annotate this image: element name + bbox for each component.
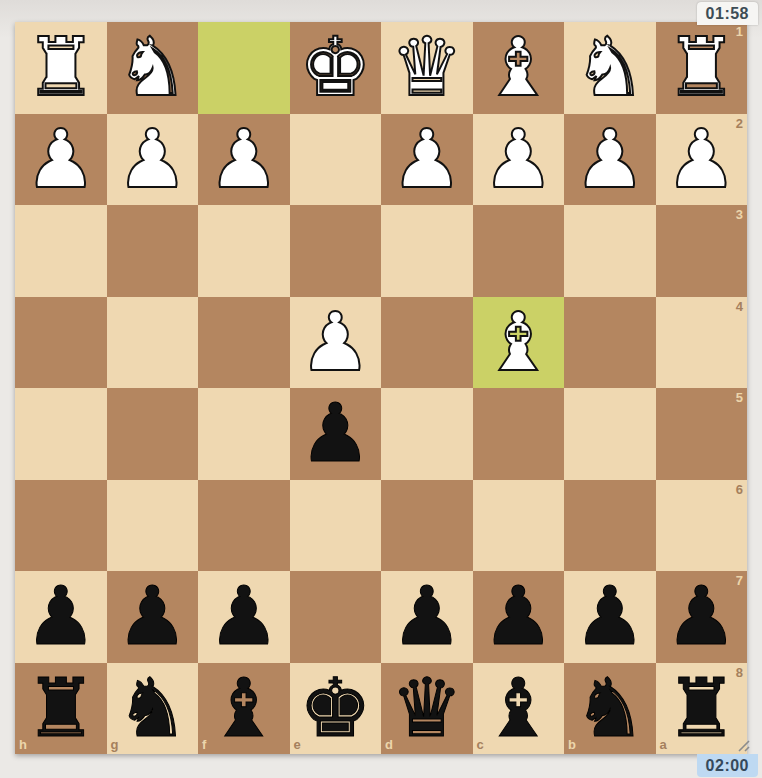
square-b1[interactable]: ♞ — [564, 22, 656, 114]
clock-black: 02:00 — [697, 754, 758, 777]
square-f2[interactable]: ♟ — [198, 114, 290, 206]
rank-label-4: 4 — [736, 300, 743, 313]
white-bishop-c1[interactable]: ♝ — [482, 22, 555, 114]
square-f5[interactable] — [198, 388, 290, 480]
black-pawn-b7[interactable]: ♟ — [573, 571, 646, 663]
square-c2[interactable]: ♟ — [473, 114, 565, 206]
chess-board: ♜♞♚♛♝♞♜1♟♟♟♟♟♟♟23♟♝4♟56♟♟♟♟♟♟♟7♜h♞g♝f♚e♛… — [15, 22, 747, 754]
square-h6[interactable] — [15, 480, 107, 572]
white-rook-h1[interactable]: ♜ — [24, 22, 97, 114]
black-rook-a8[interactable]: ♜ — [665, 663, 738, 755]
white-pawn-d2[interactable]: ♟ — [390, 114, 463, 206]
black-bishop-f8[interactable]: ♝ — [207, 663, 280, 755]
square-c6[interactable] — [473, 480, 565, 572]
square-b3[interactable] — [564, 205, 656, 297]
square-a7[interactable]: ♟7 — [656, 571, 748, 663]
square-f6[interactable] — [198, 480, 290, 572]
square-a5[interactable]: 5 — [656, 388, 748, 480]
white-pawn-f2[interactable]: ♟ — [207, 114, 280, 206]
square-f4[interactable] — [198, 297, 290, 389]
square-d4[interactable] — [381, 297, 473, 389]
black-king-e8[interactable]: ♚ — [299, 663, 372, 755]
square-h3[interactable] — [15, 205, 107, 297]
white-queen-d1[interactable]: ♛ — [390, 22, 463, 114]
square-g5[interactable] — [107, 388, 199, 480]
square-b8[interactable]: ♞b — [564, 663, 656, 755]
black-queen-d8[interactable]: ♛ — [390, 663, 463, 755]
square-g6[interactable] — [107, 480, 199, 572]
white-pawn-e4[interactable]: ♟ — [299, 297, 372, 389]
square-c1[interactable]: ♝ — [473, 22, 565, 114]
resize-handle-icon — [736, 738, 750, 752]
game-page: 01:58 ♜♞♚♛♝♞♜1♟♟♟♟♟♟♟23♟♝4♟56♟♟♟♟♟♟♟7♜h♞… — [0, 0, 762, 778]
board-resize-handle[interactable] — [736, 738, 750, 752]
white-pawn-b2[interactable]: ♟ — [573, 114, 646, 206]
square-c3[interactable] — [473, 205, 565, 297]
square-f8[interactable]: ♝f — [198, 663, 290, 755]
square-a8[interactable]: ♜a8 — [656, 663, 748, 755]
rank-label-3: 3 — [736, 208, 743, 221]
black-rook-h8[interactable]: ♜ — [24, 663, 97, 755]
square-c7[interactable]: ♟ — [473, 571, 565, 663]
square-g3[interactable] — [107, 205, 199, 297]
black-pawn-e5[interactable]: ♟ — [299, 388, 372, 480]
square-b7[interactable]: ♟ — [564, 571, 656, 663]
square-d7[interactable]: ♟ — [381, 571, 473, 663]
square-b5[interactable] — [564, 388, 656, 480]
square-b2[interactable]: ♟ — [564, 114, 656, 206]
square-e7[interactable] — [290, 571, 382, 663]
square-f7[interactable]: ♟ — [198, 571, 290, 663]
square-e2[interactable] — [290, 114, 382, 206]
square-h5[interactable] — [15, 388, 107, 480]
black-knight-g8[interactable]: ♞ — [116, 663, 189, 755]
white-pawn-a2[interactable]: ♟ — [665, 114, 738, 206]
square-d1[interactable]: ♛ — [381, 22, 473, 114]
square-b6[interactable] — [564, 480, 656, 572]
square-a1[interactable]: ♜1 — [656, 22, 748, 114]
square-a2[interactable]: ♟2 — [656, 114, 748, 206]
square-g4[interactable] — [107, 297, 199, 389]
file-label-f: f — [202, 738, 206, 751]
square-h7[interactable]: ♟ — [15, 571, 107, 663]
black-pawn-a7[interactable]: ♟ — [665, 571, 738, 663]
square-e4[interactable]: ♟ — [290, 297, 382, 389]
square-g8[interactable]: ♞g — [107, 663, 199, 755]
rank-label-5: 5 — [736, 391, 743, 404]
square-g2[interactable]: ♟ — [107, 114, 199, 206]
white-pawn-c2[interactable]: ♟ — [482, 114, 555, 206]
black-pawn-c7[interactable]: ♟ — [482, 571, 555, 663]
black-pawn-g7[interactable]: ♟ — [116, 571, 189, 663]
white-rook-a1[interactable]: ♜ — [665, 22, 738, 114]
black-pawn-f7[interactable]: ♟ — [207, 571, 280, 663]
white-pawn-g2[interactable]: ♟ — [116, 114, 189, 206]
square-d6[interactable] — [381, 480, 473, 572]
white-king-e1[interactable]: ♚ — [299, 22, 372, 114]
square-a3[interactable]: 3 — [656, 205, 748, 297]
square-c8[interactable]: ♝c — [473, 663, 565, 755]
white-bishop-c4[interactable]: ♝ — [482, 297, 555, 389]
square-e3[interactable] — [290, 205, 382, 297]
white-knight-g1[interactable]: ♞ — [116, 22, 189, 114]
black-bishop-c8[interactable]: ♝ — [482, 663, 555, 755]
square-f1[interactable] — [198, 22, 290, 114]
black-knight-b8[interactable]: ♞ — [573, 663, 646, 755]
square-f3[interactable] — [198, 205, 290, 297]
black-pawn-d7[interactable]: ♟ — [390, 571, 463, 663]
square-d3[interactable] — [381, 205, 473, 297]
black-pawn-h7[interactable]: ♟ — [24, 571, 97, 663]
square-h8[interactable]: ♜h — [15, 663, 107, 755]
square-h4[interactable] — [15, 297, 107, 389]
white-knight-b1[interactable]: ♞ — [573, 22, 646, 114]
square-g7[interactable]: ♟ — [107, 571, 199, 663]
square-d5[interactable] — [381, 388, 473, 480]
clock-white: 01:58 — [697, 2, 758, 25]
white-pawn-h2[interactable]: ♟ — [24, 114, 97, 206]
square-a6[interactable]: 6 — [656, 480, 748, 572]
square-d8[interactable]: ♛d — [381, 663, 473, 755]
square-a4[interactable]: 4 — [656, 297, 748, 389]
square-g1[interactable]: ♞ — [107, 22, 199, 114]
square-c5[interactable] — [473, 388, 565, 480]
square-e6[interactable] — [290, 480, 382, 572]
square-c4[interactable]: ♝ — [473, 297, 565, 389]
rank-label-6: 6 — [736, 483, 743, 496]
square-h1[interactable]: ♜ — [15, 22, 107, 114]
square-e8[interactable]: ♚e — [290, 663, 382, 755]
square-d2[interactable]: ♟ — [381, 114, 473, 206]
square-h2[interactable]: ♟ — [15, 114, 107, 206]
square-e5[interactable]: ♟ — [290, 388, 382, 480]
square-e1[interactable]: ♚ — [290, 22, 382, 114]
square-b4[interactable] — [564, 297, 656, 389]
